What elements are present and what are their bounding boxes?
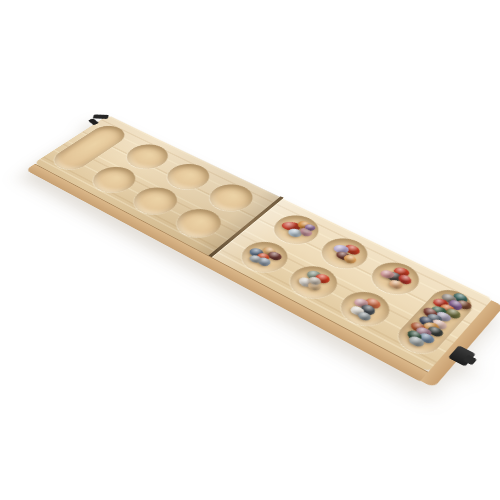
mancala-board xyxy=(34,115,494,372)
product-photo-scene xyxy=(0,0,500,500)
board-surface xyxy=(34,115,494,372)
clasp-hook-icon xyxy=(93,114,109,118)
